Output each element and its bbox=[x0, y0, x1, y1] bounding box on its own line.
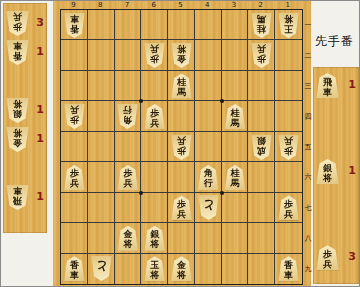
piece-kanji: 桂馬 bbox=[257, 14, 266, 34]
piece-kanji: 銀将 bbox=[150, 229, 159, 249]
piece-kanji: 金将 bbox=[177, 45, 186, 65]
hand-count: 1 bbox=[348, 164, 356, 177]
square-7-9[interactable] bbox=[115, 254, 142, 284]
piece-kanji: 香車 bbox=[284, 260, 293, 280]
square-9-8[interactable] bbox=[61, 223, 88, 253]
square-7-1[interactable] bbox=[115, 10, 142, 40]
piece-kanji: 成銀 bbox=[257, 136, 266, 156]
hand-count: 1 bbox=[36, 103, 44, 116]
square-7-3[interactable] bbox=[115, 71, 142, 101]
rank-label-3: 三 bbox=[303, 81, 313, 91]
file-label-3: 3 bbox=[221, 1, 247, 9]
shogi-app: 歩兵3香車1銀将1金将1飛車1 987654321 一二三四五六七八九 香車桂馬… bbox=[0, 0, 360, 287]
rank-label-6: 六 bbox=[303, 172, 313, 182]
piece-kanji: 歩兵 bbox=[150, 45, 159, 65]
hand-slot-gote-0: 歩兵3 bbox=[3, 10, 47, 38]
piece-kanji: 歩兵 bbox=[177, 136, 186, 156]
hand-slot-sente-0: 飛車1 bbox=[313, 72, 359, 100]
turn-indicator: 先手番 bbox=[315, 33, 354, 50]
square-4-8[interactable] bbox=[195, 223, 222, 253]
square-9-7[interactable] bbox=[61, 193, 88, 223]
piece-kanji: 桂馬 bbox=[231, 108, 240, 128]
file-label-9: 9 bbox=[60, 1, 86, 9]
hand-slot-gote-1: 香車1 bbox=[3, 39, 47, 67]
hand-piece-gote-香車[interactable]: 香車 bbox=[6, 40, 29, 65]
square-6-3[interactable] bbox=[141, 71, 168, 101]
square-2-3[interactable] bbox=[248, 71, 275, 101]
star-point bbox=[139, 99, 143, 103]
square-9-3[interactable] bbox=[61, 71, 88, 101]
square-3-1[interactable] bbox=[222, 10, 249, 40]
gote-captured-tray: 歩兵3香車1銀将1金将1飛車1 bbox=[3, 3, 47, 233]
square-4-4[interactable] bbox=[195, 101, 222, 131]
hand-count: 1 bbox=[36, 132, 44, 145]
square-7-7[interactable] bbox=[115, 193, 142, 223]
rank-label-7: 七 bbox=[303, 203, 313, 213]
square-3-2[interactable] bbox=[222, 40, 249, 70]
square-2-9[interactable] bbox=[248, 254, 275, 284]
square-1-6[interactable] bbox=[275, 162, 302, 192]
piece-kanji: 金将 bbox=[177, 260, 186, 280]
piece-kanji: 飛車 bbox=[323, 77, 332, 97]
rank-label-5: 五 bbox=[303, 142, 313, 152]
hand-piece-gote-銀将[interactable]: 銀将 bbox=[6, 98, 29, 123]
piece-kanji: 飛車 bbox=[13, 187, 22, 207]
file-label-5: 5 bbox=[168, 1, 194, 9]
piece-kanji: 金将 bbox=[123, 229, 132, 249]
file-label-1: 1 bbox=[275, 1, 301, 9]
file-label-2: 2 bbox=[248, 1, 274, 9]
piece-kanji: 銀将 bbox=[323, 163, 332, 183]
star-point bbox=[220, 191, 224, 195]
hand-count: 3 bbox=[36, 16, 44, 29]
hand-slot-gote-3: 銀将1 bbox=[3, 97, 47, 125]
board-area: 987654321 一二三四五六七八九 香車桂馬王将歩兵金将歩兵桂馬歩兵角行歩兵… bbox=[53, 1, 311, 287]
hand-count: 3 bbox=[348, 250, 356, 263]
piece-kanji: 歩兵 bbox=[177, 199, 186, 219]
hand-slot-sente-3: 銀将1 bbox=[313, 158, 359, 186]
square-1-4[interactable] bbox=[275, 101, 302, 131]
piece-kanji: 角行 bbox=[123, 106, 132, 126]
square-1-2[interactable] bbox=[275, 40, 302, 70]
hand-piece-gote-飛車[interactable]: 飛車 bbox=[6, 185, 29, 210]
star-point bbox=[220, 99, 224, 103]
hand-piece-gote-歩兵[interactable]: 歩兵 bbox=[6, 11, 29, 36]
rank-label-4: 四 bbox=[303, 112, 313, 122]
piece-kanji: 王将 bbox=[284, 14, 293, 34]
piece-kanji: 歩兵 bbox=[70, 168, 79, 188]
square-4-3[interactable] bbox=[195, 71, 222, 101]
hand-slot-sente-6: 歩兵3 bbox=[313, 244, 359, 272]
hand-count: 1 bbox=[348, 78, 356, 91]
square-5-8[interactable] bbox=[168, 223, 195, 253]
piece-kanji: 桂馬 bbox=[177, 77, 186, 97]
square-1-8[interactable] bbox=[275, 223, 302, 253]
file-label-4: 4 bbox=[194, 1, 220, 9]
hand-count: 1 bbox=[36, 190, 44, 203]
piece-kanji: 玉将 bbox=[150, 260, 159, 280]
square-8-3[interactable] bbox=[88, 71, 115, 101]
piece-kanji: 歩兵 bbox=[323, 249, 332, 269]
hand-piece-sente-飛車[interactable]: 飛車 bbox=[316, 73, 339, 98]
hand-count: 1 bbox=[36, 45, 44, 58]
square-8-2[interactable] bbox=[88, 40, 115, 70]
square-7-2[interactable] bbox=[115, 40, 142, 70]
hand-piece-sente-歩兵[interactable]: 歩兵 bbox=[316, 245, 339, 270]
square-8-7[interactable] bbox=[88, 193, 115, 223]
piece-kanji: 香車 bbox=[70, 260, 79, 280]
piece-kanji: 銀将 bbox=[13, 100, 22, 120]
square-6-7[interactable] bbox=[141, 193, 168, 223]
piece-kanji: 桂馬 bbox=[231, 168, 240, 188]
square-4-5[interactable] bbox=[195, 132, 222, 162]
square-2-6[interactable] bbox=[248, 162, 275, 192]
square-8-4[interactable] bbox=[88, 101, 115, 131]
file-label-6: 6 bbox=[141, 1, 167, 9]
rank-label-9: 九 bbox=[303, 264, 313, 274]
square-4-2[interactable] bbox=[195, 40, 222, 70]
square-8-5[interactable] bbox=[88, 132, 115, 162]
square-6-5[interactable] bbox=[141, 132, 168, 162]
square-3-7[interactable] bbox=[222, 193, 249, 223]
hand-slot-gote-6: 飛車1 bbox=[3, 184, 47, 212]
square-9-5[interactable] bbox=[61, 132, 88, 162]
rank-label-8: 八 bbox=[303, 233, 313, 243]
square-4-9[interactable] bbox=[195, 254, 222, 284]
piece-kanji: 角行 bbox=[204, 168, 213, 188]
square-6-6[interactable] bbox=[141, 162, 168, 192]
piece-kanji: 金将 bbox=[13, 129, 22, 149]
file-label-8: 8 bbox=[87, 1, 113, 9]
piece-kanji: 歩兵 bbox=[123, 168, 132, 188]
hand-slot-gote-4: 金将1 bbox=[3, 126, 47, 154]
square-3-5[interactable] bbox=[222, 132, 249, 162]
square-5-6[interactable] bbox=[168, 162, 195, 192]
star-point bbox=[139, 191, 143, 195]
hand-piece-gote-金将[interactable]: 金将 bbox=[6, 127, 29, 152]
square-9-2[interactable] bbox=[61, 40, 88, 70]
sente-captured-tray: 飛車1銀将1歩兵3 bbox=[313, 67, 359, 284]
square-5-1[interactable] bbox=[168, 10, 195, 40]
rank-label-2: 二 bbox=[303, 51, 313, 61]
square-2-8[interactable] bbox=[248, 223, 275, 253]
square-3-3[interactable] bbox=[222, 71, 249, 101]
square-1-3[interactable] bbox=[275, 71, 302, 101]
piece-kanji: 歩兵 bbox=[284, 199, 293, 219]
square-3-9[interactable] bbox=[222, 254, 249, 284]
piece-kanji: 香車 bbox=[13, 42, 22, 62]
square-3-8[interactable] bbox=[222, 223, 249, 253]
piece-kanji: と bbox=[95, 261, 107, 275]
square-8-6[interactable] bbox=[88, 162, 115, 192]
piece-kanji: と bbox=[202, 200, 214, 214]
piece-kanji: 香車 bbox=[70, 14, 79, 34]
file-label-7: 7 bbox=[114, 1, 140, 9]
square-2-4[interactable] bbox=[248, 101, 275, 131]
piece-kanji: 歩兵 bbox=[70, 106, 79, 126]
piece-kanji: 歩兵 bbox=[257, 45, 266, 65]
square-2-7[interactable] bbox=[248, 193, 275, 223]
square-6-1[interactable] bbox=[141, 10, 168, 40]
square-8-1[interactable] bbox=[88, 10, 115, 40]
square-8-8[interactable] bbox=[88, 223, 115, 253]
square-4-1[interactable] bbox=[195, 10, 222, 40]
square-5-4[interactable] bbox=[168, 101, 195, 131]
piece-kanji: 歩兵 bbox=[13, 13, 22, 33]
hand-piece-sente-銀将[interactable]: 銀将 bbox=[316, 159, 339, 184]
rank-label-1: 一 bbox=[303, 20, 313, 30]
piece-kanji: 歩兵 bbox=[284, 136, 293, 156]
square-7-5[interactable] bbox=[115, 132, 142, 162]
piece-kanji: 歩兵 bbox=[150, 108, 159, 128]
